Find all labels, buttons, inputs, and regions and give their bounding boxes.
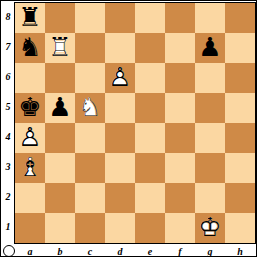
- square-d5[interactable]: [105, 93, 135, 123]
- file-label-f: f: [165, 245, 195, 257]
- square-c5[interactable]: ♞♘: [75, 93, 105, 123]
- square-c7[interactable]: [75, 33, 105, 63]
- square-e1[interactable]: [135, 213, 165, 243]
- square-d4[interactable]: [105, 123, 135, 153]
- square-e3[interactable]: [135, 153, 165, 183]
- white-rook-b7[interactable]: ♖: [45, 33, 75, 63]
- black-rook-a8[interactable]: ♜: [15, 3, 45, 33]
- file-label-h: h: [225, 245, 255, 257]
- white-bishop-a3[interactable]: ♗: [15, 153, 45, 183]
- square-b6[interactable]: [45, 63, 75, 93]
- square-b1[interactable]: [45, 213, 75, 243]
- square-e2[interactable]: [135, 183, 165, 213]
- square-g4[interactable]: [195, 123, 225, 153]
- chess-board: ♜♞♜♖♟♟♙♚♟♞♘♟♙♝♗♚♔: [14, 2, 256, 244]
- square-f2[interactable]: [165, 183, 195, 213]
- square-a8[interactable]: ♜: [15, 3, 45, 33]
- side-to-move-indicator: [3, 245, 15, 257]
- black-king-a5[interactable]: ♚: [15, 93, 45, 123]
- square-d8[interactable]: [105, 3, 135, 33]
- square-h1[interactable]: [225, 213, 255, 243]
- white-pawn-d6[interactable]: ♙: [105, 63, 135, 93]
- black-knight-a7[interactable]: ♞: [15, 33, 45, 63]
- white-king-g1[interactable]: ♔: [195, 213, 225, 243]
- square-a4[interactable]: ♟♙: [15, 123, 45, 153]
- rank-label-5: 5: [2, 92, 14, 122]
- square-f7[interactable]: [165, 33, 195, 63]
- square-a3[interactable]: ♝♗: [15, 153, 45, 183]
- square-a7[interactable]: ♞: [15, 33, 45, 63]
- rank-label-4: 4: [2, 122, 14, 152]
- square-d1[interactable]: [105, 213, 135, 243]
- square-c1[interactable]: [75, 213, 105, 243]
- rank-label-8: 8: [2, 2, 14, 32]
- rank-label-2: 2: [2, 182, 14, 212]
- square-f4[interactable]: [165, 123, 195, 153]
- file-label-c: c: [75, 245, 105, 257]
- square-a6[interactable]: [15, 63, 45, 93]
- square-c8[interactable]: [75, 3, 105, 33]
- square-g1[interactable]: ♚♔: [195, 213, 225, 243]
- square-b4[interactable]: [45, 123, 75, 153]
- square-b3[interactable]: [45, 153, 75, 183]
- square-h2[interactable]: [225, 183, 255, 213]
- square-b5[interactable]: ♟: [45, 93, 75, 123]
- square-b7[interactable]: ♜♖: [45, 33, 75, 63]
- black-pawn-g7[interactable]: ♟: [195, 33, 225, 63]
- square-a1[interactable]: [15, 213, 45, 243]
- square-g5[interactable]: [195, 93, 225, 123]
- black-pawn-b5[interactable]: ♟: [45, 93, 75, 123]
- file-label-b: b: [45, 245, 75, 257]
- square-f8[interactable]: [165, 3, 195, 33]
- square-b2[interactable]: [45, 183, 75, 213]
- file-label-g: g: [195, 245, 225, 257]
- square-f1[interactable]: [165, 213, 195, 243]
- square-e5[interactable]: [135, 93, 165, 123]
- square-d7[interactable]: [105, 33, 135, 63]
- square-d6[interactable]: ♟♙: [105, 63, 135, 93]
- square-h4[interactable]: [225, 123, 255, 153]
- square-c6[interactable]: [75, 63, 105, 93]
- white-knight-c5[interactable]: ♘: [75, 93, 105, 123]
- square-e6[interactable]: [135, 63, 165, 93]
- square-g2[interactable]: [195, 183, 225, 213]
- square-e8[interactable]: [135, 3, 165, 33]
- square-g7[interactable]: ♟: [195, 33, 225, 63]
- square-h6[interactable]: [225, 63, 255, 93]
- white-pawn-a4[interactable]: ♙: [15, 123, 45, 153]
- square-f6[interactable]: [165, 63, 195, 93]
- square-e7[interactable]: [135, 33, 165, 63]
- square-f3[interactable]: [165, 153, 195, 183]
- square-h7[interactable]: [225, 33, 255, 63]
- square-g8[interactable]: [195, 3, 225, 33]
- square-e4[interactable]: [135, 123, 165, 153]
- rank-label-1: 1: [2, 212, 14, 242]
- file-label-d: d: [105, 245, 135, 257]
- square-d3[interactable]: [105, 153, 135, 183]
- file-label-e: e: [135, 245, 165, 257]
- square-a5[interactable]: ♚: [15, 93, 45, 123]
- square-d2[interactable]: [105, 183, 135, 213]
- square-h3[interactable]: [225, 153, 255, 183]
- square-g6[interactable]: [195, 63, 225, 93]
- square-c2[interactable]: [75, 183, 105, 213]
- square-h8[interactable]: [225, 3, 255, 33]
- square-f5[interactable]: [165, 93, 195, 123]
- chess-diagram: ♜♞♜♖♟♟♙♚♟♞♘♟♙♝♗♚♔ 87654321 abcdefgh: [0, 0, 257, 257]
- file-label-a: a: [15, 245, 45, 257]
- square-c3[interactable]: [75, 153, 105, 183]
- square-c4[interactable]: [75, 123, 105, 153]
- rank-label-7: 7: [2, 32, 14, 62]
- square-a2[interactable]: [15, 183, 45, 213]
- square-g3[interactable]: [195, 153, 225, 183]
- square-b8[interactable]: [45, 3, 75, 33]
- rank-label-3: 3: [2, 152, 14, 182]
- rank-label-6: 6: [2, 62, 14, 92]
- square-h5[interactable]: [225, 93, 255, 123]
